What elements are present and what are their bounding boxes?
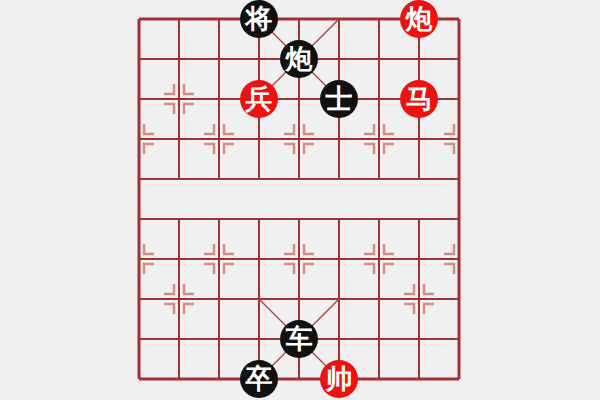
piece-red-general[interactable]: 帅: [320, 360, 358, 398]
piece-black-advisor[interactable]: 士: [320, 80, 358, 118]
piece-black-soldier[interactable]: 卒: [240, 360, 278, 398]
piece-black-chariot[interactable]: 车: [280, 320, 318, 358]
pieces-layer: 将炮炮兵士马车卒帅: [119, 0, 479, 399]
piece-black-cannon[interactable]: 炮: [280, 40, 318, 78]
piece-red-soldier[interactable]: 兵: [240, 80, 278, 118]
xiangqi-screen: 将炮炮兵士马车卒帅: [0, 0, 600, 400]
piece-red-horse[interactable]: 马: [400, 80, 438, 118]
piece-red-cannon[interactable]: 炮: [400, 0, 438, 38]
piece-black-general[interactable]: 将: [240, 0, 278, 38]
